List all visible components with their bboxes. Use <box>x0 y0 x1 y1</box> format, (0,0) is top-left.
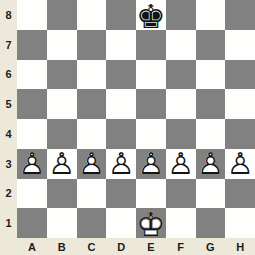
black-king-glyph: ♚ <box>136 0 166 33</box>
square-h8[interactable] <box>225 0 255 30</box>
square-c8[interactable] <box>77 0 107 30</box>
square-b5[interactable] <box>47 89 77 119</box>
square-f2[interactable] <box>166 179 196 209</box>
square-g2[interactable] <box>196 179 226 209</box>
square-e1[interactable]: ♚♔ <box>136 208 166 238</box>
square-g7[interactable] <box>196 30 226 60</box>
square-f4[interactable] <box>166 119 196 149</box>
rank-label-2: 2 <box>0 179 17 209</box>
white-pawn[interactable]: ♟♙ <box>166 149 196 179</box>
white-pawn[interactable]: ♟♙ <box>136 149 166 179</box>
square-f5[interactable] <box>166 89 196 119</box>
square-a4[interactable] <box>17 119 47 149</box>
square-c4[interactable] <box>77 119 107 149</box>
square-b8[interactable] <box>47 0 77 30</box>
square-c2[interactable] <box>77 179 107 209</box>
square-b3[interactable]: ♟♙ <box>47 149 77 179</box>
square-e8[interactable]: ♚ <box>136 0 166 30</box>
rank-label-4: 4 <box>0 119 17 149</box>
square-h2[interactable] <box>225 179 255 209</box>
square-d7[interactable] <box>106 30 136 60</box>
square-a8[interactable] <box>17 0 47 30</box>
square-d2[interactable] <box>106 179 136 209</box>
black-king[interactable]: ♚ <box>136 0 166 30</box>
file-label-h: H <box>225 238 255 255</box>
file-labels: ABCDEFGH <box>17 238 255 255</box>
file-label-c: C <box>77 238 107 255</box>
square-h4[interactable] <box>225 119 255 149</box>
square-d5[interactable] <box>106 89 136 119</box>
white-pawn-outline-glyph: ♙ <box>18 149 45 179</box>
white-king-outline-glyph: ♔ <box>136 208 166 241</box>
square-h6[interactable] <box>225 60 255 90</box>
file-label-b: B <box>47 238 77 255</box>
file-label-d: D <box>106 238 136 255</box>
square-b1[interactable] <box>47 208 77 238</box>
white-pawn-outline-glyph: ♙ <box>167 149 194 179</box>
square-g3[interactable]: ♟♙ <box>196 149 226 179</box>
square-a2[interactable] <box>17 179 47 209</box>
square-d1[interactable] <box>106 208 136 238</box>
square-a3[interactable]: ♟♙ <box>17 149 47 179</box>
square-e3[interactable]: ♟♙ <box>136 149 166 179</box>
white-pawn[interactable]: ♟♙ <box>47 149 77 179</box>
square-c1[interactable] <box>77 208 107 238</box>
square-g4[interactable] <box>196 119 226 149</box>
rank-labels: 87654321 <box>0 0 17 238</box>
square-e4[interactable] <box>136 119 166 149</box>
square-h7[interactable] <box>225 30 255 60</box>
square-e6[interactable] <box>136 60 166 90</box>
square-c3[interactable]: ♟♙ <box>77 149 107 179</box>
square-c6[interactable] <box>77 60 107 90</box>
white-pawn-outline-glyph: ♙ <box>78 149 105 179</box>
rank-label-1: 1 <box>0 208 17 238</box>
square-b4[interactable] <box>47 119 77 149</box>
square-e7[interactable] <box>136 30 166 60</box>
file-label-f: F <box>166 238 196 255</box>
white-pawn[interactable]: ♟♙ <box>225 149 255 179</box>
square-d3[interactable]: ♟♙ <box>106 149 136 179</box>
square-g6[interactable] <box>196 60 226 90</box>
square-e5[interactable] <box>136 89 166 119</box>
square-h3[interactable]: ♟♙ <box>225 149 255 179</box>
white-king[interactable]: ♚♔ <box>136 208 166 238</box>
square-b2[interactable] <box>47 179 77 209</box>
square-d4[interactable] <box>106 119 136 149</box>
square-a5[interactable] <box>17 89 47 119</box>
square-g5[interactable] <box>196 89 226 119</box>
rank-label-8: 8 <box>0 0 17 30</box>
square-a6[interactable] <box>17 60 47 90</box>
square-c5[interactable] <box>77 89 107 119</box>
rank-label-3: 3 <box>0 149 17 179</box>
white-pawn-outline-glyph: ♙ <box>48 149 75 179</box>
square-f1[interactable] <box>166 208 196 238</box>
white-pawn[interactable]: ♟♙ <box>77 149 107 179</box>
chess-board-diagram: 87654321 ♚♟♙♟♙♟♙♟♙♟♙♟♙♟♙♟♙♚♔ ABCDEFGH <box>0 0 255 255</box>
square-e2[interactable] <box>136 179 166 209</box>
square-f6[interactable] <box>166 60 196 90</box>
white-pawn[interactable]: ♟♙ <box>196 149 226 179</box>
chess-board: ♚♟♙♟♙♟♙♟♙♟♙♟♙♟♙♟♙♚♔ <box>17 0 255 238</box>
square-a1[interactable] <box>17 208 47 238</box>
file-label-g: G <box>196 238 226 255</box>
square-c7[interactable] <box>77 30 107 60</box>
white-pawn[interactable]: ♟♙ <box>106 149 136 179</box>
square-b6[interactable] <box>47 60 77 90</box>
square-h1[interactable] <box>225 208 255 238</box>
square-a7[interactable] <box>17 30 47 60</box>
square-f7[interactable] <box>166 30 196 60</box>
rank-label-5: 5 <box>0 89 17 119</box>
square-d6[interactable] <box>106 60 136 90</box>
square-h5[interactable] <box>225 89 255 119</box>
rank-label-7: 7 <box>0 30 17 60</box>
white-pawn-outline-glyph: ♙ <box>227 149 254 179</box>
square-d8[interactable] <box>106 0 136 30</box>
square-f8[interactable] <box>166 0 196 30</box>
white-pawn-outline-glyph: ♙ <box>108 149 135 179</box>
square-g1[interactable] <box>196 208 226 238</box>
file-label-a: A <box>17 238 47 255</box>
square-b7[interactable] <box>47 30 77 60</box>
white-pawn[interactable]: ♟♙ <box>17 149 47 179</box>
white-pawn-outline-glyph: ♙ <box>197 149 224 179</box>
square-g8[interactable] <box>196 0 226 30</box>
rank-label-6: 6 <box>0 60 17 90</box>
white-pawn-outline-glyph: ♙ <box>137 149 164 179</box>
file-label-e: E <box>136 238 166 255</box>
square-f3[interactable]: ♟♙ <box>166 149 196 179</box>
